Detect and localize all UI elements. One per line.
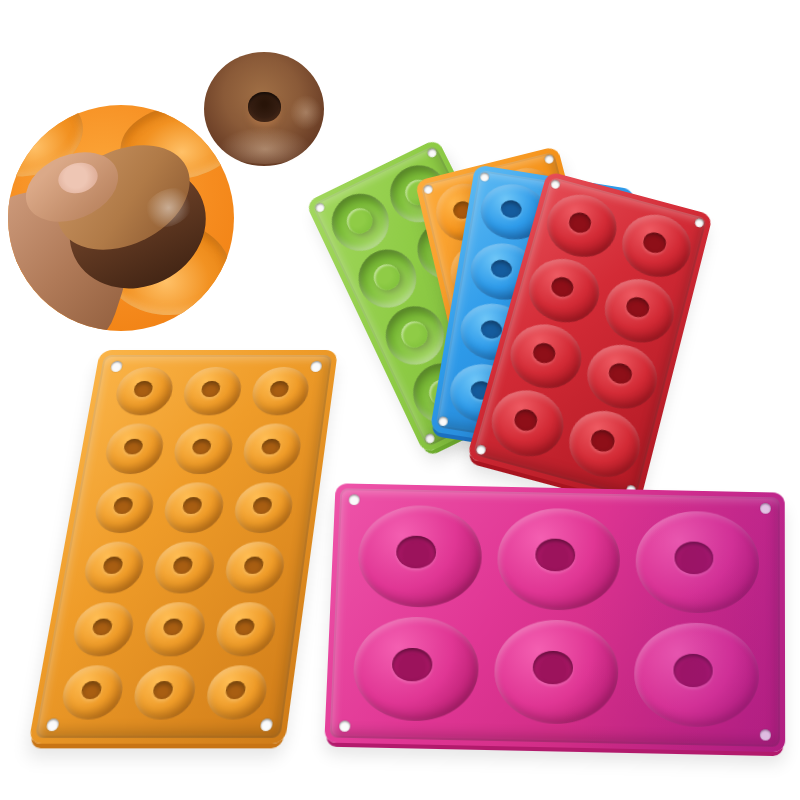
donut-bump xyxy=(231,482,295,533)
donut-bump xyxy=(81,542,148,594)
donut-bump xyxy=(112,367,176,416)
donut-bump xyxy=(521,251,605,330)
donut-hole xyxy=(248,92,280,122)
donut-gloss xyxy=(218,127,312,163)
donut-bump xyxy=(635,510,759,614)
hanging-hole xyxy=(760,729,771,740)
cavity-grid xyxy=(59,367,312,720)
donut-bump xyxy=(141,603,208,656)
donut-bump xyxy=(59,665,127,720)
donut-bump xyxy=(151,542,217,594)
donut-bump xyxy=(615,207,698,284)
donut-bump xyxy=(503,316,588,396)
donut-bump xyxy=(356,504,482,608)
donut-bump xyxy=(181,367,245,416)
donut-bump xyxy=(597,271,681,350)
donut-bump xyxy=(540,187,623,264)
mold-amber-18cavity xyxy=(28,350,338,744)
donut-bump xyxy=(561,403,647,485)
donut-bump xyxy=(249,367,312,416)
hanging-hole xyxy=(760,503,771,514)
donut-bump xyxy=(213,603,279,656)
donut-gloss xyxy=(290,95,321,129)
hanging-hole xyxy=(260,718,274,731)
donut-bump xyxy=(579,336,664,416)
donut-bump xyxy=(131,665,199,720)
cavity-grid xyxy=(352,504,759,728)
donut-bump xyxy=(92,482,158,533)
donut-bump xyxy=(161,482,226,533)
donut-bump xyxy=(484,383,570,465)
mold-pink-6cavity xyxy=(324,483,785,752)
hanging-hole xyxy=(438,416,449,427)
donut-bump xyxy=(203,665,270,720)
hanging-hole xyxy=(310,361,323,372)
hanging-hole xyxy=(424,432,436,444)
donut-bump xyxy=(171,424,235,474)
hanging-hole xyxy=(339,720,351,731)
flex-demo-inset xyxy=(8,105,234,331)
donut-bump xyxy=(493,619,620,725)
donut-bump xyxy=(102,424,167,474)
donut-bump xyxy=(352,616,480,722)
donut-bump xyxy=(496,507,621,611)
donut-bump xyxy=(634,622,759,729)
donut-bump xyxy=(70,603,138,656)
hanging-hole xyxy=(46,718,60,731)
chocolate-donut xyxy=(204,52,324,166)
donut-bump xyxy=(240,424,304,474)
hanging-hole xyxy=(349,494,360,505)
product-photo xyxy=(0,0,800,800)
donut-bump xyxy=(222,542,287,594)
